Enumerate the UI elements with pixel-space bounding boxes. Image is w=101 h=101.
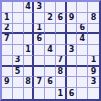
sudoku-board: 43126982167641433715899876316 (0, 0, 101, 101)
empty-cell-r3c9[interactable] (88, 24, 99, 35)
empty-cell-r8c7[interactable] (67, 77, 78, 88)
given-cell-r8c1: 9 (2, 77, 13, 88)
empty-cell-r4c3[interactable] (24, 34, 35, 45)
empty-cell-r9c2[interactable] (13, 88, 24, 99)
given-cell-r3c8: 6 (77, 24, 88, 35)
empty-cell-r2c2[interactable] (13, 13, 24, 24)
empty-cell-r4c5[interactable] (45, 34, 56, 45)
empty-cell-r9c8[interactable] (77, 88, 88, 99)
empty-cell-r6c8[interactable] (77, 56, 88, 67)
given-cell-r5c3: 1 (24, 45, 35, 56)
empty-cell-r6c3[interactable] (24, 56, 35, 67)
given-cell-r5c5: 4 (45, 45, 56, 56)
given-cell-r4c4: 6 (34, 34, 45, 45)
empty-cell-r7c3[interactable] (24, 67, 35, 78)
empty-cell-r1c9[interactable] (88, 2, 99, 13)
empty-cell-r6c5[interactable] (45, 56, 56, 67)
empty-cell-r7c8[interactable] (77, 67, 88, 78)
empty-cell-r1c1[interactable] (2, 2, 13, 13)
empty-cell-r1c7[interactable] (67, 2, 78, 13)
given-cell-r6c2: 3 (13, 56, 24, 67)
given-cell-r2c5: 2 (45, 13, 56, 24)
given-cell-r1c4: 3 (34, 2, 45, 13)
empty-cell-r4c9[interactable] (88, 34, 99, 45)
given-cell-r9c7: 6 (67, 88, 78, 99)
empty-cell-r9c4[interactable] (34, 88, 45, 99)
given-cell-r4c1: 7 (2, 34, 13, 45)
empty-cell-r4c6[interactable] (56, 34, 67, 45)
given-cell-r3c1: 2 (2, 24, 13, 35)
given-cell-r6c9: 1 (88, 56, 99, 67)
empty-cell-r7c1[interactable] (2, 67, 13, 78)
given-cell-r3c4: 1 (34, 24, 45, 35)
empty-cell-r1c8[interactable] (77, 2, 88, 13)
empty-cell-r9c3[interactable] (24, 88, 35, 99)
empty-cell-r3c2[interactable] (13, 24, 24, 35)
empty-cell-r6c4[interactable] (34, 56, 45, 67)
empty-cell-r4c2[interactable] (13, 34, 24, 45)
given-cell-r2c6: 6 (56, 13, 67, 24)
empty-cell-r8c2[interactable] (13, 77, 24, 88)
empty-cell-r6c7[interactable] (67, 56, 78, 67)
given-cell-r2c7: 9 (67, 13, 78, 24)
given-cell-r4c8: 4 (77, 34, 88, 45)
empty-cell-r2c3[interactable] (24, 13, 35, 24)
empty-cell-r8c6[interactable] (56, 77, 67, 88)
empty-cell-r5c8[interactable] (77, 45, 88, 56)
empty-cell-r5c2[interactable] (13, 45, 24, 56)
given-cell-r7c2: 5 (13, 67, 24, 78)
given-cell-r9c6: 1 (56, 88, 67, 99)
empty-cell-r9c1[interactable] (2, 88, 13, 99)
empty-cell-r5c4[interactable] (34, 45, 45, 56)
empty-cell-r7c5[interactable] (45, 67, 56, 78)
given-cell-r2c9: 8 (88, 13, 99, 24)
given-cell-r6c6: 7 (56, 56, 67, 67)
empty-cell-r5c1[interactable] (2, 45, 13, 56)
empty-cell-r7c4[interactable] (34, 67, 45, 78)
given-cell-r8c3: 8 (24, 77, 35, 88)
empty-cell-r9c9[interactable] (88, 88, 99, 99)
empty-cell-r3c7[interactable] (67, 24, 78, 35)
empty-cell-r3c3[interactable] (24, 24, 35, 35)
given-cell-r5c7: 3 (67, 45, 78, 56)
given-cell-r1c3: 4 (24, 2, 35, 13)
given-cell-r2c1: 1 (2, 13, 13, 24)
given-cell-r8c4: 7 (34, 77, 45, 88)
empty-cell-r1c5[interactable] (45, 2, 56, 13)
empty-cell-r5c6[interactable] (56, 45, 67, 56)
empty-cell-r3c6[interactable] (56, 24, 67, 35)
given-cell-r8c9: 3 (88, 77, 99, 88)
given-cell-r8c5: 6 (45, 77, 56, 88)
empty-cell-r2c4[interactable] (34, 13, 45, 24)
empty-cell-r9c5[interactable] (45, 88, 56, 99)
empty-cell-r4c7[interactable] (67, 34, 78, 45)
empty-cell-r1c2[interactable] (13, 2, 24, 13)
empty-cell-r7c7[interactable] (67, 67, 78, 78)
empty-cell-r3c5[interactable] (45, 24, 56, 35)
given-cell-r7c6: 8 (56, 67, 67, 78)
empty-cell-r2c8[interactable] (77, 13, 88, 24)
empty-cell-r1c6[interactable] (56, 2, 67, 13)
empty-cell-r6c1[interactable] (2, 56, 13, 67)
empty-cell-r8c8[interactable] (77, 77, 88, 88)
empty-cell-r5c9[interactable] (88, 45, 99, 56)
given-cell-r7c9: 9 (88, 67, 99, 78)
